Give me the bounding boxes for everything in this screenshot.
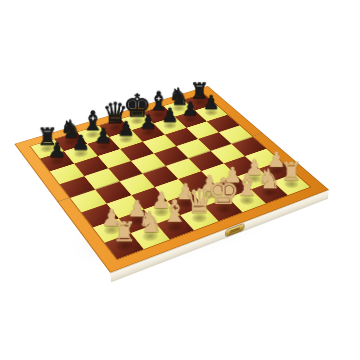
scene: ♜♞♝♛♚♝♞♜♟♟♟♟♟♟♟♟♟♟♟♟♟♟♟♟♜♞♝♛♚♝♞♜ — [0, 0, 360, 360]
product-photo-stage: ♜♞♝♛♚♝♞♜♟♟♟♟♟♟♟♟♟♟♟♟♟♟♟♟♜♞♝♛♚♝♞♜ — [0, 0, 360, 360]
chess-board: ♜♞♝♛♚♝♞♜♟♟♟♟♟♟♟♟♟♟♟♟♟♟♟♟♜♞♝♛♚♝♞♜ — [14, 86, 329, 273]
